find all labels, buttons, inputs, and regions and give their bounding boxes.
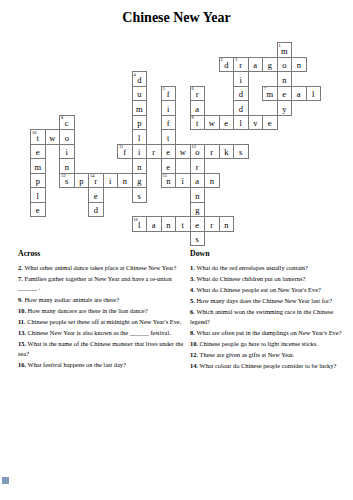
cell-letter: r [196,90,199,99]
cell-letter: f [123,148,126,157]
grid-cell: u [132,86,148,102]
crossword-grid: 1m2d3ragon4dinu5f6rd7mealmiady8cpf9twelv… [30,42,322,247]
cell-letter: v [253,119,257,128]
cell-letter: e [224,119,228,128]
clue-item: 1. What do the red envelopes usually con… [190,263,350,273]
clue-item: 4. What do Chinese people eat on New Yea… [190,285,350,295]
cell-letter: g [268,61,272,70]
clue-number: 11 [119,145,123,150]
cell-letter: d [224,61,228,70]
grid-cell: i [161,100,177,116]
down-clue-list: 1. What do the red envelopes usually con… [190,263,350,371]
clue-item: 9. How many zodiac animals are there? [18,295,190,305]
clue-number: 10 [32,131,37,136]
cell-letter: n [195,192,199,201]
cell-letter: e [166,148,170,157]
grid-cell: i [132,144,148,160]
grid-cell: l [306,86,322,102]
clue-number: 5 [163,87,165,92]
clue-item: 2. What other animal dance takes place a… [18,263,190,273]
cell-letter: p [137,119,141,128]
across-clue-list: 2. What other animal dance takes place a… [18,263,190,370]
cell-letter: e [195,221,199,230]
grid-cell: e [262,115,278,131]
clue-number: 13 [61,174,66,179]
cell-letter: n [123,177,127,186]
grid-cell: 4d [132,71,148,87]
grid-cell: g [190,202,206,218]
grid-cell: 11f [117,144,133,160]
grid-cell: a [291,86,307,102]
clue-item: 8. What are often put in the dumplings o… [190,328,350,338]
grid-cell: e [277,86,293,102]
grid-cell: p [30,173,46,189]
grid-cell: g [132,173,148,189]
grid-cell: a [248,57,264,73]
cell-letter: g [195,206,199,215]
cell-letter: o [282,61,286,70]
cell-letter: i [167,105,169,114]
grid-cell: n [277,71,293,87]
grid-cell: i [59,144,75,160]
cell-letter: m [281,47,288,56]
cell-letter: l [138,134,140,143]
grid-cell: 7m [262,86,278,102]
cell-letter: m [136,105,143,114]
cell-letter: c [65,119,69,128]
clue-number: 1 [279,44,281,49]
clue-number: 3 [235,58,237,63]
cell-letter: n [137,163,141,172]
cell-letter: l [138,221,140,230]
grid-cell: n [291,57,307,73]
cell-letter: s [196,235,199,244]
grid-cell: r [146,144,162,160]
grid-cell: d [233,100,249,116]
grid-cell: 9t [190,115,206,131]
grid-cell: n [132,158,148,174]
clue-item: 11. Chinese people set these off at midn… [18,317,190,327]
grid-cell: 10t [30,129,46,145]
grid-cell: e [190,216,206,232]
grid-cell: s [233,144,249,160]
grid-cell: w [45,129,61,145]
grid-cell: r [190,158,206,174]
cell-letter: n [297,61,301,70]
cell-letter: w [180,148,186,157]
cell-letter: l [240,119,242,128]
grid-cell: s [132,187,148,203]
grid-cell: t [161,129,177,145]
cell-letter: r [210,221,213,230]
cell-letter: r [152,148,155,157]
cell-letter: a [253,61,257,70]
grid-cell: r [204,216,220,232]
clue-number: 14 [90,174,95,179]
grid-cell: e [219,115,235,131]
clue-item: 5. How many days does the Chinese New Ye… [190,296,350,306]
cell-letter: y [282,105,286,114]
grid-cell: l [233,115,249,131]
grid-cell: 6r [190,86,206,102]
cell-letter: f [167,119,170,128]
cell-letter: r [239,61,242,70]
cell-letter: w [209,119,215,128]
clue-item: 10. Chinese people go here to light ince… [190,339,350,349]
clue-item: 14. What colour do Chinese people consid… [190,361,350,371]
grid-cell: 5f [161,86,177,102]
grid-cell: y [277,100,293,116]
clue-item: 13. Chinese New Year is also known as th… [18,328,190,338]
cell-letter: i [138,148,140,157]
cell-letter: d [239,90,243,99]
cell-letter: n [166,221,170,230]
down-clues: Down 1. What do the red envelopes usuall… [190,248,350,372]
clue-item: 3. What do Chinese children put on lante… [190,274,350,284]
grid-cell: t [175,216,191,232]
grid-cell: d [233,86,249,102]
grid-cell: o [277,57,293,73]
grid-cell: p [132,115,148,131]
clue-number: 7 [264,87,266,92]
clue-item: 10. How many dancers are there in the li… [18,306,190,316]
puzzle-title: Chinese New Year [0,10,353,26]
cell-letter: n [282,76,286,85]
grid-cell: i [175,173,191,189]
grid-cell: 2d [219,57,235,73]
grid-cell: n [59,158,75,174]
grid-cell: 15n [161,173,177,189]
cell-letter: t [182,221,184,230]
cell-letter: g [137,177,141,186]
cell-letter: s [65,177,68,186]
grid-cell: w [204,115,220,131]
grid-cell: m [132,100,148,116]
cell-letter: n [210,177,214,186]
grid-cell: i [233,71,249,87]
cell-letter: n [224,221,228,230]
clue-number: 15 [163,174,168,179]
clue-number: 8 [61,116,63,121]
cell-letter: e [268,119,272,128]
grid-cell: l [30,187,46,203]
grid-cell: 3r [233,57,249,73]
cell-letter: t [167,134,169,143]
cell-letter: m [34,163,41,172]
grid-cell: r [204,144,220,160]
grid-cell: d [88,202,104,218]
grid-cell: e [161,158,177,174]
down-header: Down [190,248,350,260]
cell-letter: a [297,90,301,99]
clue-item: 12. These are given as gifts at New Year… [190,350,350,360]
cell-letter: f [167,90,170,99]
clue-item: 6. Which animal won the swimming race in… [190,307,350,326]
grid-cell: 8c [59,115,75,131]
clue-item: 7. Families gather together at New Year … [18,274,190,293]
grid-cell: e [30,144,46,160]
clue-number: 9 [192,116,194,121]
clue-item: 15. What is the name of the Chinese mons… [18,339,190,358]
clue-number: 6 [192,87,194,92]
page-corner-mark [2,477,9,484]
grid-cell: 13s [59,173,75,189]
across-header: Across [18,248,190,260]
grid-cell: w [175,144,191,160]
cell-letter: e [166,163,170,172]
cell-letter: i [66,148,68,157]
grid-cell: p [74,173,90,189]
grid-cell: n [219,216,235,232]
cell-letter: m [266,90,273,99]
grid-cell: g [262,57,278,73]
cell-letter: a [152,221,156,230]
cell-letter: s [138,192,141,201]
grid-cell: a [190,173,206,189]
grid-cell: 12o [190,144,206,160]
cell-letter: p [79,177,83,186]
grid-cell: i [103,173,119,189]
cell-letter: l [37,192,39,201]
clue-number: 4 [134,73,136,78]
cell-letter: k [224,148,228,157]
grid-cell: a [190,100,206,116]
cell-letter: a [195,105,199,114]
grid-cell: a [146,216,162,232]
grid-cell: f [161,115,177,131]
cell-letter: r [196,163,199,172]
cell-letter: o [65,134,69,143]
cell-letter: d [94,206,98,215]
grid-cell: n [190,187,206,203]
cell-letter: d [239,105,243,114]
cell-letter: i [240,76,242,85]
grid-cell: k [219,144,235,160]
cell-letter: e [94,192,98,201]
grid-cell: l [132,129,148,145]
cell-letter: e [282,90,286,99]
grid-cell: 14r [88,173,104,189]
grid-cell: e [30,202,46,218]
cell-letter: d [137,76,141,85]
across-clues: Across 2. What other animal dance takes … [18,248,190,371]
grid-cell: n [204,173,220,189]
cell-letter: n [65,163,69,172]
clue-item: 16. What festival happens on the last da… [18,360,190,370]
cell-letter: p [36,177,40,186]
cell-letter: i [182,177,184,186]
cell-letter: r [210,148,213,157]
cell-letter: r [94,177,97,186]
grid-cell: o [59,129,75,145]
cell-letter: e [36,148,40,157]
cell-letter: a [195,177,199,186]
clue-number: 16 [134,218,139,223]
grid-cell: m [30,158,46,174]
grid-cell: n [161,216,177,232]
grid-cell: n [117,173,133,189]
grid-cell: e [161,144,177,160]
clue-number: 2 [221,58,223,63]
cell-letter: e [36,206,40,215]
grid-cell: 1m [277,42,293,58]
clue-number: 12 [192,145,197,150]
grid-cell: 16l [132,216,148,232]
cell-letter: t [196,119,198,128]
grid-cell: e [88,187,104,203]
cell-letter: w [49,134,55,143]
cell-letter: i [109,177,111,186]
cell-letter: s [239,148,242,157]
cell-letter: u [137,90,141,99]
cell-letter: l [312,90,314,99]
grid-cell: s [190,231,206,247]
grid-cell: v [248,115,264,131]
